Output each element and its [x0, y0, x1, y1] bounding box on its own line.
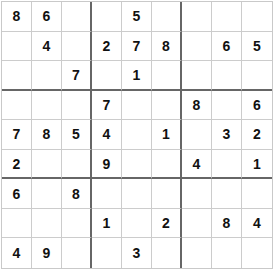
cell-r3c9[interactable] [242, 61, 272, 91]
cell-r1c6[interactable] [152, 2, 182, 32]
cell-r5c2[interactable]: 8 [32, 120, 62, 150]
cell-r1c7[interactable] [182, 2, 212, 32]
given-digit: 5 [133, 9, 141, 23]
given-digit: 9 [43, 246, 51, 260]
cell-r7c1[interactable]: 6 [2, 179, 32, 209]
cell-r6c9[interactable]: 1 [242, 150, 272, 180]
cell-r7c2[interactable] [32, 179, 62, 209]
given-digit: 8 [162, 39, 170, 53]
cell-r7c5[interactable] [122, 179, 152, 209]
cell-r2c5[interactable]: 7 [122, 32, 152, 62]
given-digit: 8 [72, 187, 80, 201]
cell-r3c5[interactable]: 1 [122, 61, 152, 91]
cell-r1c5[interactable]: 5 [122, 2, 152, 32]
cell-r8c1[interactable] [2, 209, 32, 239]
cell-r3c2[interactable] [32, 61, 62, 91]
cell-r6c5[interactable] [122, 150, 152, 180]
given-digit: 6 [223, 39, 231, 53]
given-digit: 2 [253, 127, 261, 141]
cell-r1c4[interactable] [92, 2, 122, 32]
given-digit: 7 [72, 68, 80, 82]
cell-r8c2[interactable] [32, 209, 62, 239]
cell-r2c1[interactable] [2, 32, 32, 62]
cell-r8c6[interactable]: 2 [152, 209, 182, 239]
cell-r6c3[interactable] [62, 150, 92, 180]
given-digit: 1 [133, 68, 141, 82]
given-digit: 3 [133, 246, 141, 260]
cell-r5c4[interactable]: 4 [92, 120, 122, 150]
cell-r4c8[interactable] [212, 91, 242, 121]
cell-r4c1[interactable] [2, 91, 32, 121]
cell-r3c4[interactable] [92, 61, 122, 91]
cell-r1c2[interactable]: 6 [32, 2, 62, 32]
cell-r8c8[interactable]: 8 [212, 209, 242, 239]
cell-r4c2[interactable] [32, 91, 62, 121]
cell-r9c4[interactable] [92, 238, 122, 268]
given-digit: 1 [103, 216, 111, 230]
cell-r1c9[interactable] [242, 2, 272, 32]
given-digit: 4 [43, 39, 51, 53]
given-digit: 5 [253, 39, 261, 53]
cell-r3c3[interactable]: 7 [62, 61, 92, 91]
cell-r6c2[interactable] [32, 150, 62, 180]
cell-r2c7[interactable] [182, 32, 212, 62]
cell-r6c6[interactable] [152, 150, 182, 180]
sudoku-board: 8654278657178678541322941681284493 [1, 1, 273, 269]
given-digit: 8 [13, 9, 21, 23]
cell-r9c2[interactable]: 9 [32, 238, 62, 268]
cell-r7c4[interactable] [92, 179, 122, 209]
cell-r8c5[interactable] [122, 209, 152, 239]
cell-r1c1[interactable]: 8 [2, 2, 32, 32]
cell-r9c8[interactable] [212, 238, 242, 268]
given-digit: 9 [103, 157, 111, 171]
cell-r9c6[interactable] [152, 238, 182, 268]
cell-r5c8[interactable]: 3 [212, 120, 242, 150]
cell-r6c1[interactable]: 2 [2, 150, 32, 180]
given-digit: 7 [133, 39, 141, 53]
cell-r2c8[interactable]: 6 [212, 32, 242, 62]
cell-r7c6[interactable] [152, 179, 182, 209]
given-digit: 4 [193, 157, 201, 171]
cell-r5c5[interactable] [122, 120, 152, 150]
cell-r8c7[interactable] [182, 209, 212, 239]
cell-r7c9[interactable] [242, 179, 272, 209]
cell-r3c1[interactable] [2, 61, 32, 91]
cell-r2c9[interactable]: 5 [242, 32, 272, 62]
given-digit: 8 [193, 98, 201, 112]
cell-r4c6[interactable] [152, 91, 182, 121]
given-digit: 4 [13, 246, 21, 260]
given-digit: 7 [103, 98, 111, 112]
given-digit: 2 [13, 157, 21, 171]
given-digit: 6 [43, 9, 51, 23]
cell-r1c8[interactable] [212, 2, 242, 32]
cell-r8c3[interactable] [62, 209, 92, 239]
cell-r5c9[interactable]: 2 [242, 120, 272, 150]
cell-r5c7[interactable] [182, 120, 212, 150]
cell-r9c9[interactable] [242, 238, 272, 268]
cell-r7c8[interactable] [212, 179, 242, 209]
given-digit: 2 [162, 216, 170, 230]
given-digit: 6 [253, 98, 261, 112]
cell-r9c7[interactable] [182, 238, 212, 268]
given-digit: 4 [253, 216, 261, 230]
cell-r6c4[interactable]: 9 [92, 150, 122, 180]
cell-r4c4[interactable]: 7 [92, 91, 122, 121]
cell-r1c3[interactable] [62, 2, 92, 32]
cell-r4c9[interactable]: 6 [242, 91, 272, 121]
given-digit: 8 [43, 127, 51, 141]
cell-r9c3[interactable] [62, 238, 92, 268]
cell-r4c3[interactable] [62, 91, 92, 121]
given-digit: 1 [253, 157, 261, 171]
given-digit: 6 [13, 187, 21, 201]
given-digit: 1 [162, 127, 170, 141]
given-digit: 2 [103, 39, 111, 53]
cell-r5c6[interactable]: 1 [152, 120, 182, 150]
cell-r6c8[interactable] [212, 150, 242, 180]
given-digit: 3 [223, 127, 231, 141]
cell-r7c7[interactable] [182, 179, 212, 209]
cell-r3c8[interactable] [212, 61, 242, 91]
cell-r6c7[interactable]: 4 [182, 150, 212, 180]
cell-r4c7[interactable]: 8 [182, 91, 212, 121]
given-digit: 4 [103, 127, 111, 141]
sudoku-page: 8654278657178678541322941681284493 [0, 0, 276, 271]
given-digit: 8 [223, 216, 231, 230]
cell-r5c1[interactable]: 7 [2, 120, 32, 150]
given-digit: 7 [13, 127, 21, 141]
cell-r2c3[interactable] [62, 32, 92, 62]
given-digit: 5 [72, 127, 80, 141]
cell-r4c5[interactable] [122, 91, 152, 121]
cell-r3c7[interactable] [182, 61, 212, 91]
cell-r9c1[interactable]: 4 [2, 238, 32, 268]
cell-r2c4[interactable]: 2 [92, 32, 122, 62]
cell-r2c6[interactable]: 8 [152, 32, 182, 62]
cell-r8c9[interactable]: 4 [242, 209, 272, 239]
cell-r8c4[interactable]: 1 [92, 209, 122, 239]
cell-r7c3[interactable]: 8 [62, 179, 92, 209]
cell-r9c5[interactable]: 3 [122, 238, 152, 268]
cell-r3c6[interactable] [152, 61, 182, 91]
cell-r2c2[interactable]: 4 [32, 32, 62, 62]
cell-r5c3[interactable]: 5 [62, 120, 92, 150]
